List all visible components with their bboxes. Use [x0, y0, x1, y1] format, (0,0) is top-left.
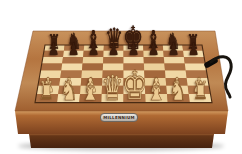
piece-black-pawn-a7[interactable]: ♟ — [47, 41, 60, 58]
piece-white-rook-h1[interactable]: ♜ — [191, 79, 209, 104]
square-b5[interactable] — [61, 64, 82, 71]
piece-black-pawn-f7[interactable]: ♟ — [147, 41, 160, 58]
piece-white-knight-b1[interactable]: ♞ — [59, 77, 79, 105]
piece-white-bishop-f1[interactable]: ♝ — [145, 74, 167, 105]
piece-black-pawn-h7[interactable]: ♟ — [187, 41, 200, 58]
piece-black-pawn-c7[interactable]: ♟ — [87, 41, 100, 58]
piece-black-pawn-b7[interactable]: ♟ — [67, 41, 80, 58]
piece-black-pawn-d7[interactable]: ♟ — [107, 41, 120, 58]
drawer-base — [29, 134, 214, 148]
electronic-chessboard-photo: MILLENNIUM ♜♞♝♛♚♝♞♜♟♟♟♟♟♟♟♟♟♟♟♟♟♟♟♟♜♞♝♛♚… — [0, 0, 242, 154]
square-a5[interactable] — [41, 64, 63, 71]
square-c5[interactable] — [82, 64, 103, 71]
piece-white-bishop-c1[interactable]: ♝ — [79, 74, 101, 105]
square-h5[interactable] — [185, 64, 207, 71]
piece-black-pawn-g7[interactable]: ♟ — [167, 41, 180, 58]
brand-badge: MILLENNIUM — [100, 113, 138, 122]
piece-white-knight-g1[interactable]: ♞ — [168, 77, 188, 105]
square-g5[interactable] — [164, 64, 185, 71]
piece-black-pawn-e7[interactable]: ♟ — [127, 41, 140, 58]
piece-white-rook-a1[interactable]: ♜ — [38, 79, 56, 104]
